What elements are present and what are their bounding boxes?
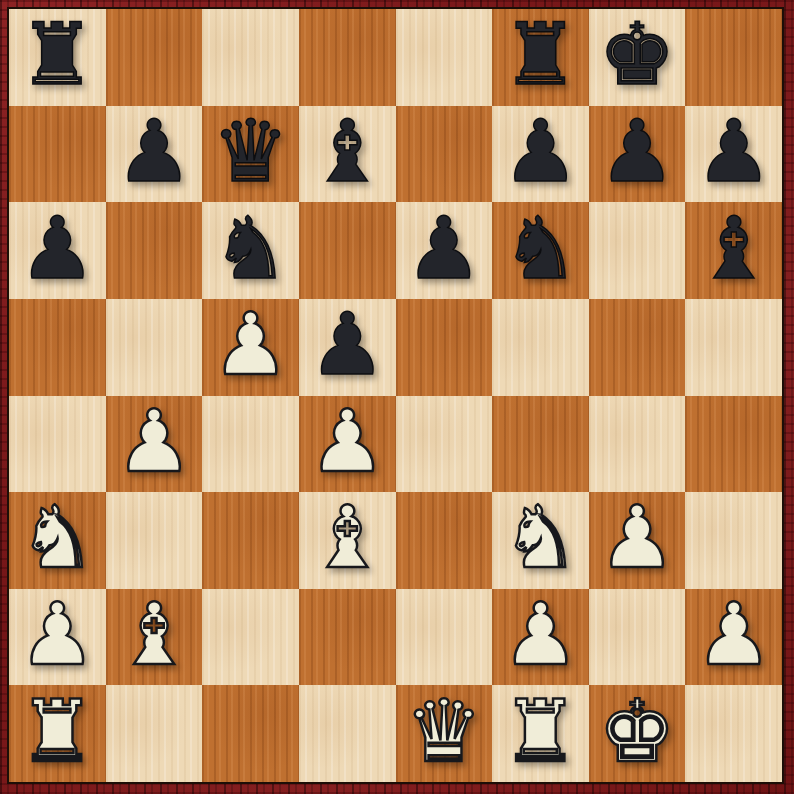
piece-white-pawn[interactable]: ♟ xyxy=(212,301,289,387)
square-b4[interactable]: ♟ xyxy=(106,396,203,493)
piece-black-bishop[interactable]: ♝ xyxy=(309,108,386,194)
square-g2[interactable] xyxy=(589,589,686,686)
piece-white-rook[interactable]: ♜ xyxy=(19,688,96,774)
square-e6[interactable]: ♟ xyxy=(396,202,493,299)
square-d4[interactable]: ♟ xyxy=(299,396,396,493)
square-f1[interactable]: ♜ xyxy=(492,685,589,782)
square-f2[interactable]: ♟ xyxy=(492,589,589,686)
piece-black-pawn[interactable]: ♟ xyxy=(19,205,96,291)
piece-black-king[interactable]: ♚ xyxy=(599,11,676,97)
square-c3[interactable] xyxy=(202,492,299,589)
square-h7[interactable]: ♟ xyxy=(685,106,782,203)
piece-white-bishop[interactable]: ♝ xyxy=(309,494,386,580)
square-b5[interactable] xyxy=(106,299,203,396)
square-f5[interactable] xyxy=(492,299,589,396)
piece-black-pawn[interactable]: ♟ xyxy=(599,108,676,194)
piece-black-pawn[interactable]: ♟ xyxy=(405,205,482,291)
square-c2[interactable] xyxy=(202,589,299,686)
piece-white-pawn[interactable]: ♟ xyxy=(309,398,386,484)
square-h4[interactable] xyxy=(685,396,782,493)
square-f6[interactable]: ♞ xyxy=(492,202,589,299)
square-a2[interactable]: ♟ xyxy=(9,589,106,686)
square-a5[interactable] xyxy=(9,299,106,396)
square-e7[interactable] xyxy=(396,106,493,203)
square-b1[interactable] xyxy=(106,685,203,782)
piece-white-queen[interactable]: ♛ xyxy=(405,688,482,774)
square-h8[interactable] xyxy=(685,9,782,106)
square-e1[interactable]: ♛ xyxy=(396,685,493,782)
square-e4[interactable] xyxy=(396,396,493,493)
square-e2[interactable] xyxy=(396,589,493,686)
piece-white-pawn[interactable]: ♟ xyxy=(19,591,96,677)
square-b6[interactable] xyxy=(106,202,203,299)
square-c7[interactable]: ♛ xyxy=(202,106,299,203)
piece-white-knight[interactable]: ♞ xyxy=(19,494,96,580)
square-g1[interactable]: ♚ xyxy=(589,685,686,782)
piece-black-pawn[interactable]: ♟ xyxy=(115,108,192,194)
square-c8[interactable] xyxy=(202,9,299,106)
square-g8[interactable]: ♚ xyxy=(589,9,686,106)
square-g4[interactable] xyxy=(589,396,686,493)
square-h5[interactable] xyxy=(685,299,782,396)
piece-white-bishop[interactable]: ♝ xyxy=(115,591,192,677)
board-frame: ♜♜♚♟♛♝♟♟♟♟♞♟♞♝♟♟♟♟♞♝♞♟♟♝♟♟♜♛♜♚ xyxy=(0,0,794,794)
piece-black-pawn[interactable]: ♟ xyxy=(502,108,579,194)
square-h2[interactable]: ♟ xyxy=(685,589,782,686)
square-g7[interactable]: ♟ xyxy=(589,106,686,203)
square-d1[interactable] xyxy=(299,685,396,782)
square-e8[interactable] xyxy=(396,9,493,106)
square-e5[interactable] xyxy=(396,299,493,396)
square-h1[interactable] xyxy=(685,685,782,782)
piece-black-knight[interactable]: ♞ xyxy=(502,205,579,291)
square-a6[interactable]: ♟ xyxy=(9,202,106,299)
square-f8[interactable]: ♜ xyxy=(492,9,589,106)
square-g3[interactable]: ♟ xyxy=(589,492,686,589)
square-b8[interactable] xyxy=(106,9,203,106)
square-a4[interactable] xyxy=(9,396,106,493)
piece-white-pawn[interactable]: ♟ xyxy=(599,494,676,580)
piece-black-pawn[interactable]: ♟ xyxy=(309,301,386,387)
square-c5[interactable]: ♟ xyxy=(202,299,299,396)
chess-board: ♜♜♚♟♛♝♟♟♟♟♞♟♞♝♟♟♟♟♞♝♞♟♟♝♟♟♜♛♜♚ xyxy=(9,9,782,782)
square-c1[interactable] xyxy=(202,685,299,782)
piece-white-pawn[interactable]: ♟ xyxy=(695,591,772,677)
piece-black-rook[interactable]: ♜ xyxy=(19,11,96,97)
square-c4[interactable] xyxy=(202,396,299,493)
square-a8[interactable]: ♜ xyxy=(9,9,106,106)
square-f3[interactable]: ♞ xyxy=(492,492,589,589)
square-h6[interactable]: ♝ xyxy=(685,202,782,299)
square-b2[interactable]: ♝ xyxy=(106,589,203,686)
square-a3[interactable]: ♞ xyxy=(9,492,106,589)
piece-black-knight[interactable]: ♞ xyxy=(212,205,289,291)
square-a1[interactable]: ♜ xyxy=(9,685,106,782)
square-d3[interactable]: ♝ xyxy=(299,492,396,589)
square-f4[interactable] xyxy=(492,396,589,493)
square-b3[interactable] xyxy=(106,492,203,589)
piece-white-rook[interactable]: ♜ xyxy=(502,688,579,774)
square-d6[interactable] xyxy=(299,202,396,299)
square-d5[interactable]: ♟ xyxy=(299,299,396,396)
square-g6[interactable] xyxy=(589,202,686,299)
square-a7[interactable] xyxy=(9,106,106,203)
piece-black-rook[interactable]: ♜ xyxy=(502,11,579,97)
square-d8[interactable] xyxy=(299,9,396,106)
piece-black-pawn[interactable]: ♟ xyxy=(695,108,772,194)
square-c6[interactable]: ♞ xyxy=(202,202,299,299)
piece-white-king[interactable]: ♚ xyxy=(599,688,676,774)
square-h3[interactable] xyxy=(685,492,782,589)
square-d7[interactable]: ♝ xyxy=(299,106,396,203)
piece-white-knight[interactable]: ♞ xyxy=(502,494,579,580)
square-f7[interactable]: ♟ xyxy=(492,106,589,203)
piece-white-pawn[interactable]: ♟ xyxy=(502,591,579,677)
piece-black-bishop[interactable]: ♝ xyxy=(695,205,772,291)
square-d2[interactable] xyxy=(299,589,396,686)
square-e3[interactable] xyxy=(396,492,493,589)
square-b7[interactable]: ♟ xyxy=(106,106,203,203)
piece-white-pawn[interactable]: ♟ xyxy=(115,398,192,484)
piece-black-queen[interactable]: ♛ xyxy=(212,108,289,194)
square-g5[interactable] xyxy=(589,299,686,396)
